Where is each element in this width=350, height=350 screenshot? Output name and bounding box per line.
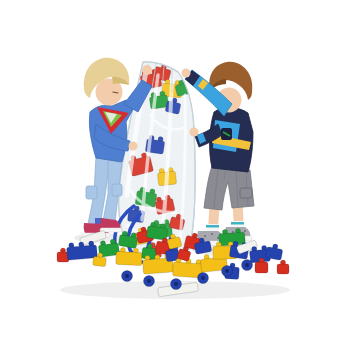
cargo-pocket xyxy=(240,188,252,198)
scene-illustration: Two young boys tipping out a large clear… xyxy=(0,0,350,350)
product-photo: Two young boys tipping out a large clear… xyxy=(0,0,350,350)
right-boy-jacket xyxy=(210,108,253,172)
right-boy-hand-low xyxy=(190,128,199,137)
left-boy-hand-low xyxy=(129,142,138,151)
right-boy-hand-top xyxy=(182,69,191,78)
cargo-pocket xyxy=(112,184,122,196)
cargo-pocket xyxy=(86,186,97,199)
left-boy-hand-top xyxy=(142,65,152,75)
